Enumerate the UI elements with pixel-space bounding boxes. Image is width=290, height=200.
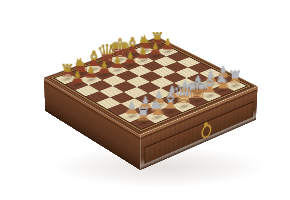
square-h5[interactable] (177, 57, 200, 67)
square-f5[interactable] (152, 67, 176, 78)
chess-case: ♜♜♜♞♞♞♝♝♝♛♛♛♚♚♚♝♝♝♞♞♞♜♜♜♟♟♟♟♟♟♟♟♟♟♟♟♟♟♟♟… (44, 37, 258, 135)
drawer-ring-pull-icon[interactable] (201, 123, 211, 141)
ring-clasp (204, 121, 208, 126)
square-e5[interactable] (139, 71, 163, 82)
square-g5[interactable] (165, 62, 188, 72)
product-photo-scene: ♜♜♜♞♞♞♝♝♝♛♛♛♚♚♚♝♝♝♞♞♞♜♜♜♟♟♟♟♟♟♟♟♟♟♟♟♟♟♟♟… (0, 0, 290, 200)
